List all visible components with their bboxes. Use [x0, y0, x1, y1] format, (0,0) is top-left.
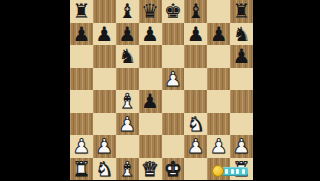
square-f1[interactable] — [184, 158, 207, 181]
black-queen-piece: ♛ — [141, 0, 159, 22]
square-c4[interactable]: ♝ — [116, 90, 139, 113]
black-knight-piece: ♞ — [233, 23, 251, 45]
black-pawn-piece: ♟ — [118, 23, 136, 45]
black-bishop-piece: ♝ — [118, 0, 136, 22]
white-queen-piece: ♛ — [141, 158, 159, 180]
square-d8[interactable]: ♛ — [139, 0, 162, 23]
chess-board: ♜♝♛♚♝♜♟♟♟♟♟♟♞♞♟♟♝♟♟♞♟♟♟♟♟♜♞♝♛♚♜ — [70, 0, 253, 180]
white-bishop-piece: ♝ — [118, 90, 136, 112]
watermark-tick — [236, 169, 239, 174]
square-h4[interactable] — [230, 90, 253, 113]
square-e5[interactable]: ♟ — [162, 68, 185, 91]
watermark-tick — [225, 169, 228, 174]
white-pawn-piece: ♟ — [164, 68, 182, 90]
black-pawn-piece: ♟ — [141, 23, 159, 45]
video-frame: ♜♝♛♚♝♜♟♟♟♟♟♟♞♞♟♟♝♟♟♞♟♟♟♟♟♜♞♝♛♚♜ — [0, 0, 320, 180]
square-c6[interactable]: ♞ — [116, 45, 139, 68]
square-f4[interactable] — [184, 90, 207, 113]
square-h2[interactable]: ♟ — [230, 135, 253, 158]
white-pawn-piece: ♟ — [187, 135, 205, 157]
black-rook-piece: ♜ — [233, 0, 251, 22]
square-b4[interactable] — [93, 90, 116, 113]
white-pawn-piece: ♟ — [72, 135, 90, 157]
square-f6[interactable] — [184, 45, 207, 68]
square-b1[interactable]: ♞ — [93, 158, 116, 181]
square-c5[interactable] — [116, 68, 139, 91]
watermark-tick — [242, 169, 245, 174]
coin-icon — [212, 165, 224, 177]
white-knight-piece: ♞ — [95, 158, 113, 180]
white-bishop-piece: ♝ — [118, 158, 136, 180]
square-a6[interactable] — [70, 45, 93, 68]
square-a2[interactable]: ♟ — [70, 135, 93, 158]
square-e1[interactable]: ♚ — [162, 158, 185, 181]
white-pawn-piece: ♟ — [118, 113, 136, 135]
square-g4[interactable] — [207, 90, 230, 113]
square-d6[interactable] — [139, 45, 162, 68]
square-b5[interactable] — [93, 68, 116, 91]
square-e6[interactable] — [162, 45, 185, 68]
square-c1[interactable]: ♝ — [116, 158, 139, 181]
square-e2[interactable] — [162, 135, 185, 158]
square-h8[interactable]: ♜ — [230, 0, 253, 23]
square-d5[interactable] — [139, 68, 162, 91]
white-knight-piece: ♞ — [187, 113, 205, 135]
square-a4[interactable] — [70, 90, 93, 113]
square-d3[interactable] — [139, 113, 162, 136]
white-pawn-piece: ♟ — [95, 135, 113, 157]
square-f7[interactable]: ♟ — [184, 23, 207, 46]
square-h7[interactable]: ♞ — [230, 23, 253, 46]
square-e3[interactable] — [162, 113, 185, 136]
square-e8[interactable]: ♚ — [162, 0, 185, 23]
square-a3[interactable] — [70, 113, 93, 136]
square-a1[interactable]: ♜ — [70, 158, 93, 181]
channel-watermark — [212, 164, 248, 178]
square-h6[interactable]: ♟ — [230, 45, 253, 68]
square-d1[interactable]: ♛ — [139, 158, 162, 181]
white-king-piece: ♚ — [164, 158, 182, 180]
left-letterbox-bar — [0, 0, 70, 180]
square-e7[interactable] — [162, 23, 185, 46]
square-d2[interactable] — [139, 135, 162, 158]
black-king-piece: ♚ — [164, 0, 182, 22]
square-g5[interactable] — [207, 68, 230, 91]
watermark-tick — [231, 169, 234, 174]
square-g2[interactable]: ♟ — [207, 135, 230, 158]
black-rook-piece: ♜ — [72, 0, 90, 22]
square-f8[interactable]: ♝ — [184, 0, 207, 23]
square-h5[interactable] — [230, 68, 253, 91]
black-pawn-piece: ♟ — [95, 23, 113, 45]
square-d4[interactable]: ♟ — [139, 90, 162, 113]
square-b6[interactable] — [93, 45, 116, 68]
black-knight-piece: ♞ — [118, 45, 136, 67]
square-e4[interactable] — [162, 90, 185, 113]
square-b3[interactable] — [93, 113, 116, 136]
square-b2[interactable]: ♟ — [93, 135, 116, 158]
square-f3[interactable]: ♞ — [184, 113, 207, 136]
square-c3[interactable]: ♟ — [116, 113, 139, 136]
black-pawn-piece: ♟ — [187, 23, 205, 45]
square-f5[interactable] — [184, 68, 207, 91]
square-g8[interactable] — [207, 0, 230, 23]
square-c8[interactable]: ♝ — [116, 0, 139, 23]
black-pawn-piece: ♟ — [233, 45, 251, 67]
square-c2[interactable] — [116, 135, 139, 158]
square-a5[interactable] — [70, 68, 93, 91]
white-pawn-piece: ♟ — [210, 135, 228, 157]
black-pawn-piece: ♟ — [210, 23, 228, 45]
square-d7[interactable]: ♟ — [139, 23, 162, 46]
right-letterbox-bar — [253, 0, 320, 180]
black-pawn-piece: ♟ — [141, 90, 159, 112]
white-pawn-piece: ♟ — [233, 135, 251, 157]
square-g7[interactable]: ♟ — [207, 23, 230, 46]
black-pawn-piece: ♟ — [72, 23, 90, 45]
square-f2[interactable]: ♟ — [184, 135, 207, 158]
square-b7[interactable]: ♟ — [93, 23, 116, 46]
black-bishop-piece: ♝ — [187, 0, 205, 22]
square-a8[interactable]: ♜ — [70, 0, 93, 23]
square-b8[interactable] — [93, 0, 116, 23]
square-c7[interactable]: ♟ — [116, 23, 139, 46]
square-h3[interactable] — [230, 113, 253, 136]
square-g6[interactable] — [207, 45, 230, 68]
watermark-badge — [222, 167, 248, 176]
white-rook-piece: ♜ — [72, 158, 90, 180]
square-a7[interactable]: ♟ — [70, 23, 93, 46]
square-g3[interactable] — [207, 113, 230, 136]
